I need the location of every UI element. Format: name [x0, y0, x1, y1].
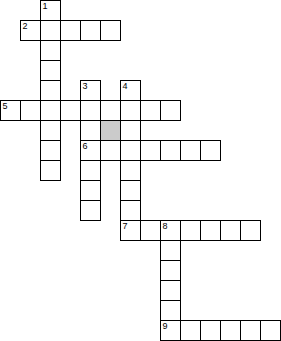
grid-cell[interactable]: 4 [120, 80, 141, 101]
grid-cell[interactable]: 9 [160, 320, 181, 341]
clue-number-7: 7 [123, 221, 128, 231]
grid-cell[interactable] [60, 20, 81, 41]
grid-cell[interactable] [80, 200, 101, 221]
grid-cell[interactable] [120, 140, 141, 161]
shaded-cell[interactable] [100, 120, 121, 141]
grid-cell[interactable] [100, 140, 121, 161]
grid-cell[interactable] [160, 260, 181, 281]
grid-cell[interactable] [100, 20, 121, 41]
grid-cell[interactable] [140, 220, 161, 241]
page: 123456789 [0, 0, 281, 341]
grid-cell[interactable] [160, 240, 181, 261]
grid-cell[interactable]: 8 [160, 220, 181, 241]
grid-cell[interactable]: 2 [20, 20, 41, 41]
grid-cell[interactable] [160, 300, 181, 321]
grid-cell[interactable]: 5 [0, 100, 21, 121]
grid-cell[interactable] [80, 20, 101, 41]
grid-cell[interactable] [40, 140, 61, 161]
grid-cell[interactable] [80, 100, 101, 121]
grid-cell[interactable] [120, 100, 141, 121]
grid-cell[interactable] [80, 120, 101, 141]
grid-cell[interactable] [160, 280, 181, 301]
grid-cell[interactable] [180, 320, 201, 341]
grid-cell[interactable] [220, 320, 241, 341]
clue-number-1: 1 [43, 1, 48, 11]
grid-cell[interactable]: 6 [80, 140, 101, 161]
grid-cell[interactable] [140, 100, 161, 121]
clue-number-2: 2 [23, 21, 28, 31]
clue-number-6: 6 [83, 141, 88, 151]
clue-number-4: 4 [123, 81, 128, 91]
crossword-board: 123456789 [0, 0, 281, 341]
grid-cell[interactable] [40, 100, 61, 121]
grid-cell[interactable] [60, 100, 81, 121]
grid-cell[interactable] [20, 100, 41, 121]
grid-cell[interactable] [160, 100, 181, 121]
clue-number-5: 5 [3, 101, 8, 111]
grid-cell[interactable] [120, 180, 141, 201]
grid-cell[interactable] [140, 140, 161, 161]
grid-cell[interactable] [40, 40, 61, 61]
clue-number-3: 3 [83, 81, 88, 91]
grid-cell[interactable] [40, 160, 61, 181]
grid-cell[interactable]: 1 [40, 0, 61, 21]
grid-cell[interactable] [220, 220, 241, 241]
grid-cell[interactable] [180, 140, 201, 161]
grid-cell[interactable] [200, 140, 221, 161]
grid-cell[interactable] [200, 320, 221, 341]
grid-cell[interactable] [260, 320, 281, 341]
grid-cell[interactable] [40, 120, 61, 141]
grid-cell[interactable] [180, 220, 201, 241]
grid-cell[interactable] [40, 80, 61, 101]
clue-number-8: 8 [163, 221, 168, 231]
grid-cell[interactable] [120, 160, 141, 181]
grid-cell[interactable] [80, 160, 101, 181]
grid-cell[interactable] [100, 100, 121, 121]
grid-cell[interactable] [240, 320, 261, 341]
grid-cell[interactable] [80, 180, 101, 201]
grid-cell[interactable]: 7 [120, 220, 141, 241]
grid-cell[interactable] [120, 200, 141, 221]
grid-cell[interactable] [120, 120, 141, 141]
grid-cell[interactable] [240, 220, 261, 241]
grid-cell[interactable] [40, 60, 61, 81]
grid-cell[interactable] [40, 20, 61, 41]
grid-cell[interactable] [200, 220, 221, 241]
grid-cell[interactable] [160, 140, 181, 161]
grid-cell[interactable]: 3 [80, 80, 101, 101]
clue-number-9: 9 [163, 321, 168, 331]
